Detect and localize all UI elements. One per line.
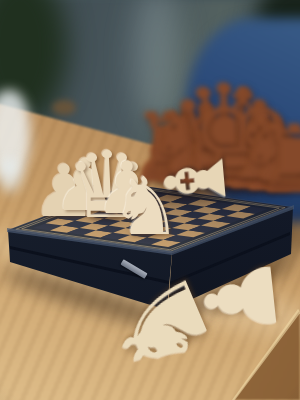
chess-photo-scene: ♟♟♟♟♟♟♟♟♜♞♝♛♚♝♞♜♟♟♛♟♞♝♞♟	[0, 0, 300, 400]
table-knot	[52, 100, 76, 115]
white-pawn-fallen-on-table: ♟	[189, 251, 292, 346]
white-knight: ♞	[110, 167, 182, 247]
brown-rook-2: ♜	[257, 114, 300, 199]
